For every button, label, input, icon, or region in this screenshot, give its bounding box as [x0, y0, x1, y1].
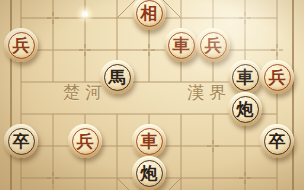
- piece-ring: [72, 128, 99, 155]
- piece-red-soldier[interactable]: 兵: [260, 60, 294, 94]
- piece-ring: [232, 96, 259, 123]
- piece-black-cannon[interactable]: 炮: [228, 92, 262, 126]
- piece-black-chariot[interactable]: 車: [228, 60, 262, 94]
- glow-sparkle-effect: [75, 4, 95, 24]
- piece-red-chariot[interactable]: 車: [164, 28, 198, 62]
- piece-ring: [136, 128, 163, 155]
- piece-ring: [136, 0, 163, 27]
- piece-red-soldier[interactable]: 兵: [196, 28, 230, 62]
- piece-ring: [200, 32, 227, 59]
- piece-ring: [232, 64, 259, 91]
- piece-red-soldier[interactable]: 兵: [4, 28, 38, 62]
- piece-ring: [264, 64, 291, 91]
- piece-black-soldier[interactable]: 卒: [4, 124, 38, 158]
- piece-ring: [104, 64, 131, 91]
- piece-ring: [168, 32, 195, 59]
- piece-ring: [264, 128, 291, 155]
- piece-ring: [8, 32, 35, 59]
- xiangqi-board[interactable]: 楚河 漢界 相兵車兵馬車兵炮卒兵車卒炮: [0, 0, 304, 190]
- piece-black-cannon[interactable]: 炮: [132, 156, 166, 190]
- piece-red-chariot[interactable]: 車: [132, 124, 166, 158]
- piece-red-soldier[interactable]: 兵: [68, 124, 102, 158]
- piece-black-soldier[interactable]: 卒: [260, 124, 294, 158]
- piece-ring: [8, 128, 35, 155]
- piece-black-horse[interactable]: 馬: [100, 60, 134, 94]
- piece-ring: [136, 160, 163, 187]
